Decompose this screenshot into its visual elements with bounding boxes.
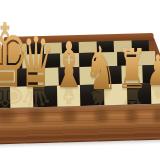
dark-square <box>79 52 98 67</box>
board-frame-front-apron <box>0 103 160 145</box>
light-square <box>22 54 41 69</box>
light-square <box>121 65 142 84</box>
light-square <box>60 53 79 68</box>
light-square <box>79 66 100 85</box>
chess-board <box>0 0 160 160</box>
light-square <box>37 68 58 87</box>
dark-square <box>41 54 60 69</box>
light-square <box>98 52 117 67</box>
dark-square <box>26 43 44 54</box>
dark-square <box>142 65 160 84</box>
dark-square <box>0 87 10 109</box>
light-square <box>44 43 62 54</box>
dark-square <box>100 66 121 85</box>
dark-square <box>61 42 79 53</box>
dark-square <box>33 86 57 108</box>
light-square <box>9 86 33 108</box>
dark-square <box>16 68 37 87</box>
dark-square <box>3 55 22 70</box>
dark-square <box>117 51 136 66</box>
dark-square <box>58 67 79 86</box>
light-square <box>56 85 80 107</box>
light-square <box>150 82 160 104</box>
dark-square <box>131 40 149 51</box>
light-square <box>9 43 27 54</box>
light-square <box>0 69 17 88</box>
dark-square <box>80 84 104 106</box>
light-square <box>114 41 132 52</box>
dark-square <box>127 83 151 105</box>
dark-square <box>96 41 114 52</box>
light-square <box>79 42 97 53</box>
light-square <box>136 51 155 66</box>
light-square <box>103 84 127 106</box>
chess-set-photo: ♚♛♝♞♜♟ ♚♛♝♞♜♟ <box>0 0 160 160</box>
